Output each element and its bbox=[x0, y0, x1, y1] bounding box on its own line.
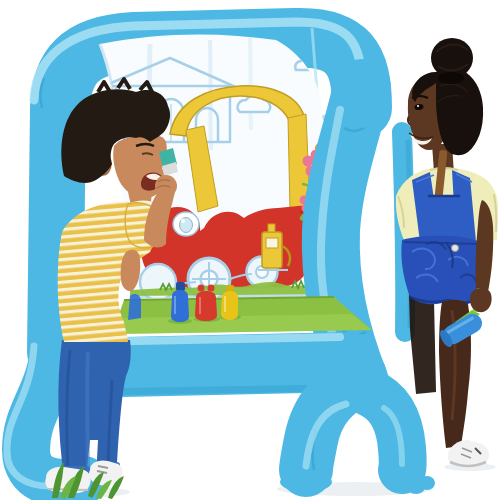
pump-body bbox=[262, 232, 282, 268]
bottle-body bbox=[171, 290, 189, 322]
girl-head bbox=[408, 38, 483, 155]
product-photo bbox=[0, 0, 500, 500]
inflatable-easel-scene bbox=[0, 0, 500, 500]
girl-eye-glint bbox=[417, 105, 419, 107]
bottle-cap bbox=[176, 282, 185, 291]
toe bbox=[419, 476, 435, 490]
fold-line bbox=[250, 38, 251, 130]
bottle-nub bbox=[198, 285, 205, 292]
boy-jeans bbox=[58, 340, 130, 478]
bottle-body bbox=[221, 291, 238, 320]
car-eye-glint bbox=[181, 219, 185, 223]
petal bbox=[303, 156, 314, 167]
bottle-nub bbox=[208, 285, 215, 292]
left-post bbox=[55, 110, 58, 352]
overall-bib bbox=[424, 196, 464, 242]
pocket-button bbox=[452, 245, 459, 252]
foot-base bbox=[280, 472, 332, 492]
bottle-body bbox=[195, 291, 217, 321]
girl-hand bbox=[470, 288, 492, 312]
jeans-highlight bbox=[87, 352, 88, 472]
pump-pipe bbox=[268, 224, 275, 232]
base-tube-shadow bbox=[90, 388, 336, 392]
paint-bottle-partial bbox=[128, 294, 141, 320]
girl-bun-band bbox=[438, 72, 464, 84]
pump-window bbox=[266, 238, 278, 248]
